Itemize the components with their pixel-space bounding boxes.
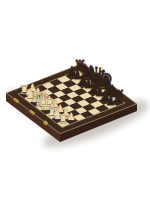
chess-piece-black-pawn: ♟	[89, 82, 100, 94]
chess-piece-white-pawn: ♟	[33, 87, 42, 97]
chess-piece-black-knight: ♞	[105, 83, 121, 101]
chess-piece-black-pawn: ♟	[100, 91, 111, 103]
chess-piece-white-bishop: ♝	[45, 102, 59, 117]
chess-piece-black-knight: ♞	[77, 62, 93, 80]
chess-piece-black-pawn: ♟	[105, 95, 116, 107]
chess-piece-white-pawn: ♟	[44, 95, 53, 105]
chess-piece-black-rook: ♜	[112, 89, 126, 104]
chess-piece-black-rook: ♜	[73, 59, 87, 74]
chess-piece-black-queen: ♛	[85, 63, 108, 88]
chess-piece-black-pawn: ♟	[83, 78, 94, 90]
chess-piece-white-pawn: ♟	[28, 83, 37, 93]
chess-piece-black-pawn: ♟	[78, 74, 89, 86]
chess-piece-white-rook: ♜	[19, 84, 30, 96]
chess-piece-white-rook: ♜	[58, 114, 69, 126]
chess-piece-white-pawn: ♟	[67, 112, 76, 122]
chess-piece-black-pawn: ♟	[66, 65, 77, 77]
chess-piece-white-queen: ♛	[32, 90, 49, 110]
chess-piece-white-pawn: ♟	[56, 104, 65, 114]
chess-piece-white-pawn: ♟	[39, 91, 48, 101]
chess-piece-black-bishop: ♝	[82, 64, 100, 84]
chess-piece-black-bishop: ♝	[99, 77, 117, 97]
chess-piece-white-pawn: ♟	[50, 99, 59, 109]
chess-piece-white-king: ♚	[37, 93, 56, 114]
chess-piece-white-knight: ♞	[52, 108, 64, 122]
chess-piece-black-pawn: ♟	[94, 86, 105, 98]
chess-piece-black-king: ♚	[90, 66, 115, 94]
chess-piece-white-bishop: ♝	[29, 90, 43, 105]
chess-piece-black-pawn: ♟	[72, 70, 83, 82]
chess-set-photo: ♜♞♝♛♚♝♞♜♟♟♟♟♟♟♟♟♟♟♟♟♟♟♟♟♜♞♝♛♚♝♞♜	[0, 0, 150, 200]
chess-piece-white-pawn: ♟	[61, 108, 70, 118]
black-king-finial	[101, 67, 103, 71]
chess-piece-white-knight: ♞	[24, 87, 36, 101]
pieces-layer: ♜♞♝♛♚♝♞♜♟♟♟♟♟♟♟♟♟♟♟♟♟♟♟♟♜♞♝♛♚♝♞♜	[0, 0, 150, 200]
